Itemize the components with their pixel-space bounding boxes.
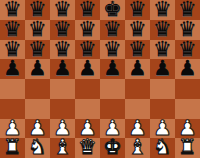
square-g1[interactable]: ♞ — [150, 138, 175, 158]
square-a4[interactable] — [0, 79, 25, 99]
square-c1[interactable]: ♝ — [50, 138, 75, 158]
black-pawn[interactable]: ♟ — [53, 59, 72, 79]
black-pawn[interactable]: ♟ — [3, 59, 22, 79]
square-f1[interactable]: ♝ — [125, 138, 150, 158]
square-d1[interactable]: ♛ — [75, 138, 100, 158]
black-pawn[interactable]: ♟ — [153, 59, 172, 79]
square-g4[interactable] — [150, 79, 175, 99]
square-g5[interactable]: ♟ — [150, 59, 175, 79]
square-d5[interactable]: ♟ — [75, 59, 100, 79]
square-e1[interactable]: ♚ — [100, 138, 125, 158]
square-b1[interactable]: ♞ — [25, 138, 50, 158]
square-b5[interactable]: ♟ — [25, 59, 50, 79]
square-a1[interactable]: ♜ — [0, 138, 25, 158]
square-e4[interactable] — [100, 79, 125, 99]
white-knight[interactable]: ♞ — [153, 138, 172, 158]
black-pawn[interactable]: ♟ — [78, 59, 97, 79]
white-knight[interactable]: ♞ — [28, 138, 47, 158]
square-h1[interactable]: ♜ — [175, 138, 200, 158]
black-pawn[interactable]: ♟ — [178, 59, 197, 79]
chess-board-window: ♛♛♛♛♚♛♛♛♛♛♛♛♛♛♛♛♛♛♛♛♛♛♛♛♟♟♟♟♟♟♟♟♟♟♟♟♟♟♟♟… — [0, 0, 200, 158]
white-bishop[interactable]: ♝ — [53, 138, 72, 158]
white-rook[interactable]: ♜ — [3, 138, 22, 158]
square-c4[interactable] — [50, 79, 75, 99]
white-bishop[interactable]: ♝ — [128, 138, 147, 158]
square-c5[interactable]: ♟ — [50, 59, 75, 79]
square-d4[interactable] — [75, 79, 100, 99]
square-h4[interactable] — [175, 79, 200, 99]
black-pawn[interactable]: ♟ — [128, 59, 147, 79]
square-e5[interactable]: ♟ — [100, 59, 125, 79]
black-pawn[interactable]: ♟ — [28, 59, 47, 79]
chess-board: ♛♛♛♛♚♛♛♛♛♛♛♛♛♛♛♛♛♛♛♛♛♛♛♛♟♟♟♟♟♟♟♟♟♟♟♟♟♟♟♟… — [0, 0, 200, 158]
square-a5[interactable]: ♟ — [0, 59, 25, 79]
square-f4[interactable] — [125, 79, 150, 99]
square-h5[interactable]: ♟ — [175, 59, 200, 79]
white-king[interactable]: ♚ — [103, 138, 122, 158]
white-rook[interactable]: ♜ — [178, 138, 197, 158]
square-b4[interactable] — [25, 79, 50, 99]
square-f5[interactable]: ♟ — [125, 59, 150, 79]
black-pawn[interactable]: ♟ — [103, 59, 122, 79]
white-queen[interactable]: ♛ — [78, 138, 97, 158]
